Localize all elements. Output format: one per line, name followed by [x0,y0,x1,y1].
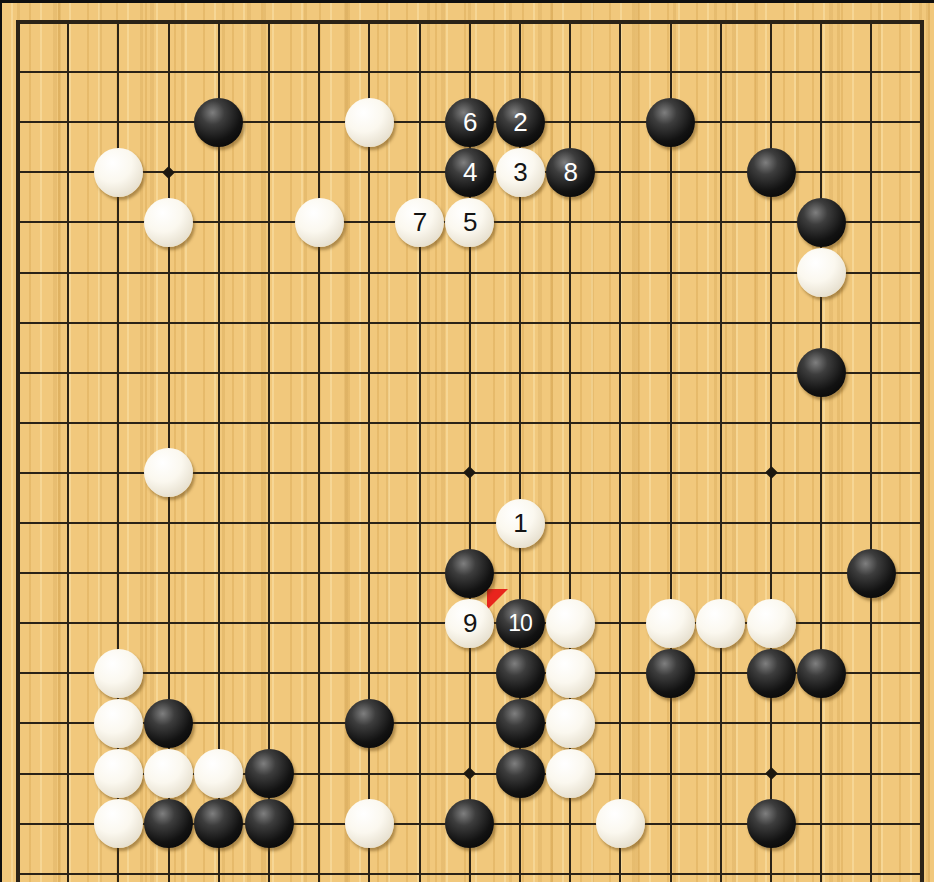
move-number: 9 [463,610,476,636]
white-stone [797,248,846,297]
grid-line-vertical-18 [920,20,924,882]
move-number: 10 [508,612,532,635]
black-stone [245,799,294,848]
black-stone-move-8: 8 [546,148,595,197]
grid-line-vertical-14 [720,20,722,882]
star-point [463,767,476,780]
white-stone-move-7: 7 [395,198,444,247]
go-board[interactable]: 62438751910 [0,0,934,882]
white-stone [546,649,595,698]
move-number: 3 [513,159,526,185]
grid-line-vertical-8 [419,20,421,882]
black-stone-move-2: 2 [496,98,545,147]
white-stone [747,599,796,648]
grid-line-horizontal-17 [16,873,924,875]
white-stone [696,599,745,648]
black-stone [747,148,796,197]
black-stone [445,799,494,848]
black-stone [144,799,193,848]
white-stone [596,799,645,848]
image-frame-left [0,0,2,882]
black-stone [496,749,545,798]
white-stone [546,699,595,748]
white-stone-move-1: 1 [496,499,545,548]
black-stone [144,699,193,748]
move-number: 7 [413,209,426,235]
white-stone [345,98,394,147]
black-stone-move-6: 6 [445,98,494,147]
black-stone [194,799,243,848]
black-stone [496,699,545,748]
image-frame-top [0,0,934,3]
star-point [463,467,476,480]
white-stone [94,699,143,748]
grid-line-vertical-17 [870,20,872,882]
black-stone [245,749,294,798]
black-stone [847,549,896,598]
grid-line-vertical-6 [318,20,320,882]
white-stone-move-9: 9 [445,599,494,648]
black-stone [797,649,846,698]
grid-line-vertical-7 [368,20,370,882]
white-stone-move-5: 5 [445,198,494,247]
black-stone [747,799,796,848]
black-stone [445,549,494,598]
white-stone [345,799,394,848]
grid-line-vertical-16 [820,20,822,882]
black-stone [496,649,545,698]
white-stone [194,749,243,798]
move-number: 8 [563,159,576,185]
black-stone [646,649,695,698]
move-number: 4 [463,159,476,185]
white-stone [546,599,595,648]
grid-line-horizontal-10 [16,522,924,524]
white-stone [144,448,193,497]
white-stone [94,749,143,798]
move-number: 1 [513,510,526,536]
white-stone [94,799,143,848]
black-stone [345,699,394,748]
white-stone [144,198,193,247]
star-point [162,166,175,179]
black-stone-move-10: 10 [496,599,545,648]
black-stone-move-4: 4 [445,148,494,197]
grid-line-vertical-12 [619,20,621,882]
black-stone [646,98,695,147]
white-stone [94,649,143,698]
move-number: 5 [463,209,476,235]
black-stone [797,348,846,397]
white-stone-move-3: 3 [496,148,545,197]
black-stone [747,649,796,698]
white-stone [94,148,143,197]
black-stone [194,98,243,147]
white-stone [546,749,595,798]
star-point [765,767,778,780]
grid-line-vertical-13 [670,20,672,882]
move-number: 2 [513,109,526,135]
grid-line-vertical-1 [67,20,69,882]
white-stone [144,749,193,798]
white-stone [646,599,695,648]
white-stone [295,198,344,247]
grid-line-vertical-0 [16,20,20,882]
move-number: 6 [463,109,476,135]
black-stone [797,198,846,247]
go-diagram: 62438751910 [0,0,934,882]
star-point [765,467,778,480]
